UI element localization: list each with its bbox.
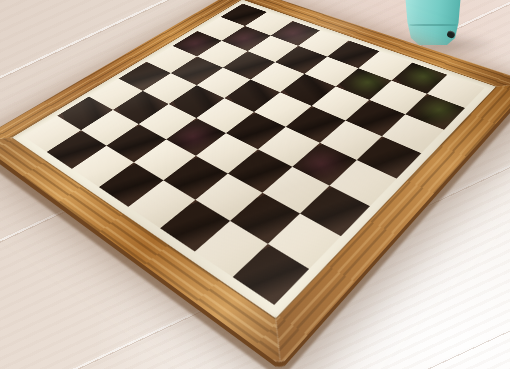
- chess-board-surface: [0, 0, 510, 365]
- chess-board: [56, 0, 452, 310]
- photo-scene: [0, 0, 510, 369]
